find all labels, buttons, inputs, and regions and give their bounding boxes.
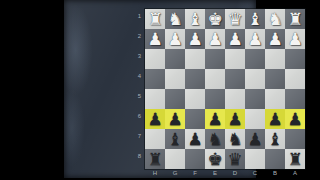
square-b6[interactable]: ♟ xyxy=(265,109,285,129)
file-labels: HGFEDCBA xyxy=(145,169,305,178)
square-d6[interactable]: ♟ xyxy=(225,109,245,129)
white-pawn[interactable]: ♟ xyxy=(245,29,265,49)
square-b8[interactable] xyxy=(265,149,285,169)
white-pawn[interactable]: ♟ xyxy=(205,29,225,49)
black-bishop[interactable]: ♝ xyxy=(165,129,185,149)
rank-label-6: 6 xyxy=(134,106,145,126)
chess-board[interactable]: ♜♞♝♚♛♝♞♜♟♟♟♟♟♟♟♟♟♟♟♟♟♟♝♟♞♞♟♝♜♚♛♜ xyxy=(145,9,305,169)
black-bishop[interactable]: ♝ xyxy=(265,129,285,149)
square-b5[interactable] xyxy=(265,89,285,109)
black-rook[interactable]: ♜ xyxy=(285,149,305,169)
square-c1[interactable]: ♝ xyxy=(245,9,265,29)
square-e4[interactable] xyxy=(205,69,225,89)
file-label-h: H xyxy=(145,169,165,178)
white-rook[interactable]: ♜ xyxy=(285,9,305,29)
black-pawn[interactable]: ♟ xyxy=(265,109,285,129)
file-label-f: F xyxy=(185,169,205,178)
square-c4[interactable] xyxy=(245,69,265,89)
rank-label-3: 3 xyxy=(134,46,145,66)
rank-label-5: 5 xyxy=(134,86,145,106)
square-g1[interactable]: ♞ xyxy=(165,9,185,29)
black-rook[interactable]: ♜ xyxy=(145,149,165,169)
square-a2[interactable]: ♟ xyxy=(285,29,305,49)
square-f5[interactable] xyxy=(185,89,205,109)
rank-label-1: 1 xyxy=(134,6,145,26)
square-e8[interactable]: ♚ xyxy=(205,149,225,169)
square-d1[interactable]: ♛ xyxy=(225,9,245,29)
square-a4[interactable] xyxy=(285,69,305,89)
square-b2[interactable]: ♟ xyxy=(265,29,285,49)
square-h5[interactable] xyxy=(145,89,165,109)
square-f8[interactable] xyxy=(185,149,205,169)
black-pawn[interactable]: ♟ xyxy=(165,109,185,129)
white-pawn[interactable]: ♟ xyxy=(165,29,185,49)
square-d7[interactable]: ♞ xyxy=(225,129,245,149)
square-h3[interactable] xyxy=(145,49,165,69)
white-king[interactable]: ♚ xyxy=(205,9,225,29)
square-f6[interactable] xyxy=(185,109,205,129)
black-pawn[interactable]: ♟ xyxy=(145,109,165,129)
black-knight[interactable]: ♞ xyxy=(225,129,245,149)
square-g4[interactable] xyxy=(165,69,185,89)
square-b3[interactable] xyxy=(265,49,285,69)
file-label-a: A xyxy=(285,169,305,178)
square-a5[interactable] xyxy=(285,89,305,109)
square-f7[interactable]: ♟ xyxy=(185,129,205,149)
square-e7[interactable]: ♞ xyxy=(205,129,225,149)
square-d5[interactable] xyxy=(225,89,245,109)
white-pawn[interactable]: ♟ xyxy=(225,29,245,49)
square-b1[interactable]: ♞ xyxy=(265,9,285,29)
square-g5[interactable] xyxy=(165,89,185,109)
square-e3[interactable] xyxy=(205,49,225,69)
file-label-c: C xyxy=(245,169,265,178)
square-a8[interactable]: ♜ xyxy=(285,149,305,169)
square-a1[interactable]: ♜ xyxy=(285,9,305,29)
black-pawn[interactable]: ♟ xyxy=(225,109,245,129)
square-c2[interactable]: ♟ xyxy=(245,29,265,49)
square-c5[interactable] xyxy=(245,89,265,109)
white-pawn[interactable]: ♟ xyxy=(265,29,285,49)
rank-label-4: 4 xyxy=(134,66,145,86)
square-g8[interactable] xyxy=(165,149,185,169)
video-frame: 12345678 ♜♞♝♚♛♝♞♜♟♟♟♟♟♟♟♟♟♟♟♟♟♟♝♟♞♞♟♝♜♚♛… xyxy=(0,0,320,180)
square-d3[interactable] xyxy=(225,49,245,69)
white-pawn[interactable]: ♟ xyxy=(285,29,305,49)
square-e6[interactable]: ♟ xyxy=(205,109,225,129)
board-frame: 12345678 ♜♞♝♚♛♝♞♜♟♟♟♟♟♟♟♟♟♟♟♟♟♟♝♟♞♞♟♝♜♚♛… xyxy=(64,0,256,178)
square-c3[interactable] xyxy=(245,49,265,69)
square-f2[interactable]: ♟ xyxy=(185,29,205,49)
square-h8[interactable]: ♜ xyxy=(145,149,165,169)
square-c6[interactable] xyxy=(245,109,265,129)
file-label-e: E xyxy=(205,169,225,178)
square-f4[interactable] xyxy=(185,69,205,89)
square-g3[interactable] xyxy=(165,49,185,69)
white-queen[interactable]: ♛ xyxy=(225,9,245,29)
black-king[interactable]: ♚ xyxy=(205,149,225,169)
square-a7[interactable] xyxy=(285,129,305,149)
square-h1[interactable]: ♜ xyxy=(145,9,165,29)
rank-label-2: 2 xyxy=(134,26,145,46)
square-d2[interactable]: ♟ xyxy=(225,29,245,49)
square-h4[interactable] xyxy=(145,69,165,89)
white-knight[interactable]: ♞ xyxy=(165,9,185,29)
rank-label-7: 7 xyxy=(134,126,145,146)
rank-labels: 12345678 xyxy=(134,9,145,169)
square-a6[interactable]: ♟ xyxy=(285,109,305,129)
square-g6[interactable]: ♟ xyxy=(165,109,185,129)
square-f3[interactable] xyxy=(185,49,205,69)
square-e2[interactable]: ♟ xyxy=(205,29,225,49)
square-b7[interactable]: ♝ xyxy=(265,129,285,149)
file-label-g: G xyxy=(165,169,185,178)
file-label-b: B xyxy=(265,169,285,178)
white-pawn[interactable]: ♟ xyxy=(145,29,165,49)
square-g2[interactable]: ♟ xyxy=(165,29,185,49)
square-h7[interactable] xyxy=(145,129,165,149)
square-d4[interactable] xyxy=(225,69,245,89)
black-knight[interactable]: ♞ xyxy=(205,129,225,149)
black-queen[interactable]: ♛ xyxy=(225,149,245,169)
square-g7[interactable]: ♝ xyxy=(165,129,185,149)
black-pawn[interactable]: ♟ xyxy=(185,129,205,149)
rank-label-8: 8 xyxy=(134,146,145,166)
white-knight[interactable]: ♞ xyxy=(265,9,285,29)
black-pawn[interactable]: ♟ xyxy=(205,109,225,129)
square-h6[interactable]: ♟ xyxy=(145,109,165,129)
square-c7[interactable]: ♟ xyxy=(245,129,265,149)
square-b4[interactable] xyxy=(265,69,285,89)
white-bishop[interactable]: ♝ xyxy=(245,9,265,29)
square-h2[interactable]: ♟ xyxy=(145,29,165,49)
square-f1[interactable]: ♝ xyxy=(185,9,205,29)
white-bishop[interactable]: ♝ xyxy=(185,9,205,29)
square-a3[interactable] xyxy=(285,49,305,69)
file-label-d: D xyxy=(225,169,245,178)
square-e5[interactable] xyxy=(205,89,225,109)
square-d8[interactable]: ♛ xyxy=(225,149,245,169)
white-rook[interactable]: ♜ xyxy=(145,9,165,29)
square-e1[interactable]: ♚ xyxy=(205,9,225,29)
square-c8[interactable] xyxy=(245,149,265,169)
white-pawn[interactable]: ♟ xyxy=(185,29,205,49)
black-pawn[interactable]: ♟ xyxy=(245,129,265,149)
black-pawn[interactable]: ♟ xyxy=(285,109,305,129)
